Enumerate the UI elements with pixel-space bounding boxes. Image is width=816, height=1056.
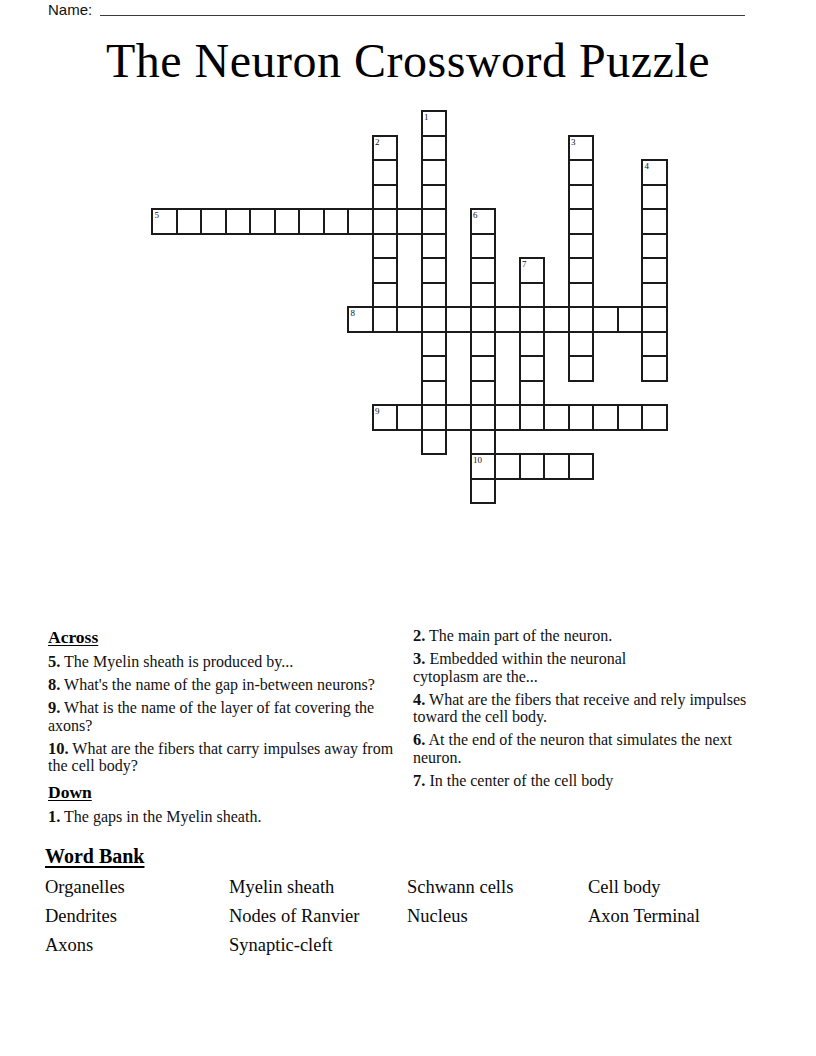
clue-text: What are the fibers that receive and rel… xyxy=(413,691,746,726)
grid-cell-r7c9[interactable] xyxy=(372,282,399,309)
grid-cell-r8c20[interactable] xyxy=(641,306,668,333)
grid-cell-r14c13[interactable]: 10 xyxy=(470,453,497,480)
grid-cell-r12c10[interactable] xyxy=(396,404,423,431)
down-clue-3: 3. Embedded within the neuronal cytoplas… xyxy=(413,650,681,685)
grid-cell-r4c1[interactable] xyxy=(176,208,203,235)
grid-cell-r8c13[interactable] xyxy=(470,306,497,333)
clue-number-4: 4 xyxy=(645,161,650,171)
grid-cell-r8c9[interactable] xyxy=(372,306,399,333)
clue-number-9: 9 xyxy=(375,406,380,416)
grid-cell-r5c13[interactable] xyxy=(470,233,497,260)
grid-cell-r5c17[interactable] xyxy=(568,233,595,260)
grid-cell-r6c13[interactable] xyxy=(470,257,497,284)
grid-cell-r8c8[interactable]: 8 xyxy=(347,306,374,333)
grid-cell-r6c15[interactable]: 7 xyxy=(519,257,546,284)
worksheet-page: { "game": { "type": "crossword", "rows":… xyxy=(0,0,816,1056)
grid-cell-r14c17[interactable] xyxy=(568,453,595,480)
clue-number-1: 1 xyxy=(424,112,429,122)
clue-text: At the end of the neuron that simulates … xyxy=(413,731,732,766)
grid-cell-r4c7[interactable] xyxy=(323,208,350,235)
grid-cell-r0c11[interactable]: 1 xyxy=(421,110,448,137)
grid-cell-r2c20[interactable]: 4 xyxy=(641,159,668,186)
grid-cell-r12c15[interactable] xyxy=(519,404,546,431)
word-bank-item: Axons xyxy=(45,935,229,955)
word-bank-item: Nodes of Ranvier xyxy=(229,906,407,926)
down-header: Down xyxy=(48,782,396,803)
clue-num: 4. xyxy=(413,690,425,709)
clue-num: 7. xyxy=(413,771,425,790)
grid-cell-r10c17[interactable] xyxy=(568,355,595,382)
grid-cell-r2c11[interactable] xyxy=(421,159,448,186)
grid-cell-r12c13[interactable] xyxy=(470,404,497,431)
page-title: The Neuron Crossword Puzzle xyxy=(0,33,816,89)
grid-cell-r14c16[interactable] xyxy=(543,453,570,480)
grid-cell-r15c13[interactable] xyxy=(470,478,497,505)
grid-cell-r4c8[interactable] xyxy=(347,208,374,235)
grid-cell-r9c17[interactable] xyxy=(568,331,595,358)
grid-cell-r2c9[interactable] xyxy=(372,159,399,186)
clue-number-6: 6 xyxy=(473,210,478,220)
down-clue-1: 1. The gaps in the Myelin sheath. xyxy=(48,808,396,826)
clue-number-2: 2 xyxy=(375,137,380,147)
word-bank-grid: Organelles Myelin sheath Schwann cells C… xyxy=(45,877,785,955)
grid-cell-r4c2[interactable] xyxy=(200,208,227,235)
grid-cell-r8c11[interactable] xyxy=(421,306,448,333)
clue-text: The gaps in the Myelin sheath. xyxy=(64,808,261,825)
grid-cell-r13c13[interactable] xyxy=(470,429,497,456)
grid-cell-r8c10[interactable] xyxy=(396,306,423,333)
clue-text: The main part of the neuron. xyxy=(429,627,612,644)
clue-num: 3. xyxy=(413,649,425,668)
clue-number-8: 8 xyxy=(351,308,356,318)
grid-cell-r12c18[interactable] xyxy=(592,404,619,431)
grid-cell-r11c11[interactable] xyxy=(421,380,448,407)
clue-number-3: 3 xyxy=(571,137,576,147)
clues-left-column: Across 5. The Myelin sheath is produced … xyxy=(48,627,396,831)
grid-cell-r5c11[interactable] xyxy=(421,233,448,260)
grid-cell-r10c15[interactable] xyxy=(519,355,546,382)
grid-cell-r12c9[interactable]: 9 xyxy=(372,404,399,431)
grid-cell-r3c9[interactable] xyxy=(372,184,399,211)
grid-cell-r6c9[interactable] xyxy=(372,257,399,284)
grid-cell-r5c20[interactable] xyxy=(641,233,668,260)
grid-cell-r8c14[interactable] xyxy=(494,306,521,333)
clue-text: The Myelin sheath is produced by... xyxy=(64,653,293,670)
grid-cell-r12c16[interactable] xyxy=(543,404,570,431)
across-clue-9: 9. What is the name of the layer of fat … xyxy=(48,699,396,734)
grid-cell-r7c11[interactable] xyxy=(421,282,448,309)
grid-cell-r8c18[interactable] xyxy=(592,306,619,333)
grid-cell-r10c20[interactable] xyxy=(641,355,668,382)
grid-cell-r4c11[interactable] xyxy=(421,208,448,235)
grid-cell-r4c6[interactable] xyxy=(298,208,325,235)
clue-number-10: 10 xyxy=(473,455,482,465)
across-clue-8: 8. What's the name of the gap in-between… xyxy=(48,676,396,694)
grid-cell-r1c11[interactable] xyxy=(421,135,448,162)
across-header: Across xyxy=(48,627,396,648)
grid-cell-r8c15[interactable] xyxy=(519,306,546,333)
word-bank-item: Axon Terminal xyxy=(588,906,785,926)
grid-cell-r10c13[interactable] xyxy=(470,355,497,382)
grid-cell-r11c15[interactable] xyxy=(519,380,546,407)
grid-cell-r6c20[interactable] xyxy=(641,257,668,284)
grid-cell-r4c10[interactable] xyxy=(396,208,423,235)
grid-cell-r4c17[interactable] xyxy=(568,208,595,235)
clue-num: 10. xyxy=(48,739,69,758)
grid-cell-r4c9[interactable] xyxy=(372,208,399,235)
grid-cell-r8c16[interactable] xyxy=(543,306,570,333)
across-clue-5: 5. The Myelin sheath is produced by... xyxy=(48,653,396,671)
grid-cell-r12c14[interactable] xyxy=(494,404,521,431)
grid-cell-r12c20[interactable] xyxy=(641,404,668,431)
word-bank-item: Cell body xyxy=(588,877,785,897)
grid-cell-r6c11[interactable] xyxy=(421,257,448,284)
crossword-grid: 12345678910 xyxy=(151,110,668,504)
grid-cell-r10c11[interactable] xyxy=(421,355,448,382)
grid-cell-r4c4[interactable] xyxy=(249,208,276,235)
name-label: Name: xyxy=(48,1,92,18)
grid-cell-r7c17[interactable] xyxy=(568,282,595,309)
grid-cell-r8c12[interactable] xyxy=(445,306,472,333)
word-bank-item: Schwann cells xyxy=(407,877,588,897)
grid-cell-r4c0[interactable]: 5 xyxy=(151,208,178,235)
grid-cell-r9c20[interactable] xyxy=(641,331,668,358)
grid-cell-r4c5[interactable] xyxy=(274,208,301,235)
clue-number-5: 5 xyxy=(155,210,160,220)
grid-cell-r4c20[interactable] xyxy=(641,208,668,235)
grid-cell-r3c17[interactable] xyxy=(568,184,595,211)
clue-num: 6. xyxy=(413,730,425,749)
grid-cell-r8c17[interactable] xyxy=(568,306,595,333)
clue-num: 2. xyxy=(413,626,425,645)
grid-cell-r4c13[interactable]: 6 xyxy=(470,208,497,235)
clue-num: 9. xyxy=(48,698,60,717)
grid-cell-r12c12[interactable] xyxy=(445,404,472,431)
word-bank-item: Dendrites xyxy=(45,906,229,926)
grid-cell-r3c11[interactable] xyxy=(421,184,448,211)
grid-cell-r1c9[interactable]: 2 xyxy=(372,135,399,162)
clue-num: 1. xyxy=(48,807,60,826)
grid-cell-r2c17[interactable] xyxy=(568,159,595,186)
grid-cell-r9c11[interactable] xyxy=(421,331,448,358)
grid-cell-r12c17[interactable] xyxy=(568,404,595,431)
clues-right-column: 2. The main part of the neuron. 3. Embed… xyxy=(413,627,761,795)
grid-cell-r8c19[interactable] xyxy=(617,306,644,333)
grid-cell-r12c19[interactable] xyxy=(617,404,644,431)
down-clue-6: 6. At the end of the neuron that simulat… xyxy=(413,731,761,766)
grid-cell-r11c13[interactable] xyxy=(470,380,497,407)
grid-cell-r9c13[interactable] xyxy=(470,331,497,358)
clue-text: What's the name of the gap in-between ne… xyxy=(64,676,375,693)
clue-text: In the center of the cell body xyxy=(429,772,613,789)
grid-cell-r5c9[interactable] xyxy=(372,233,399,260)
grid-cell-r13c11[interactable] xyxy=(421,429,448,456)
word-bank-item: Synaptic-cleft xyxy=(229,935,407,955)
grid-cell-r14c14[interactable] xyxy=(494,453,521,480)
down-clue-7: 7. In the center of the cell body xyxy=(413,772,761,790)
grid-cell-r4c3[interactable] xyxy=(225,208,252,235)
clue-num: 8. xyxy=(48,675,60,694)
grid-cell-r7c15[interactable] xyxy=(519,282,546,309)
clue-text: What is the name of the layer of fat cov… xyxy=(48,699,374,734)
grid-cell-r3c20[interactable] xyxy=(641,184,668,211)
word-bank-item: Organelles xyxy=(45,877,229,897)
clue-number-7: 7 xyxy=(522,259,527,269)
down-clue-4: 4. What are the fibers that receive and … xyxy=(413,691,761,726)
name-input-line[interactable] xyxy=(100,1,745,16)
grid-cell-r1c17[interactable]: 3 xyxy=(568,135,595,162)
grid-cell-r6c17[interactable] xyxy=(568,257,595,284)
clue-num: 5. xyxy=(48,652,60,671)
word-bank-header: Word Bank xyxy=(45,845,785,868)
down-clue-2: 2. The main part of the neuron. xyxy=(413,627,761,645)
grid-cell-r9c15[interactable] xyxy=(519,331,546,358)
grid-cell-r12c11[interactable] xyxy=(421,404,448,431)
clue-text: Embedded within the neuronal cytoplasm a… xyxy=(413,650,626,685)
grid-cell-r7c13[interactable] xyxy=(470,282,497,309)
grid-cell-r7c20[interactable] xyxy=(641,282,668,309)
word-bank-item: Myelin sheath xyxy=(229,877,407,897)
across-clue-10: 10. What are the fibers that carry impul… xyxy=(48,740,396,775)
grid-cell-r14c15[interactable] xyxy=(519,453,546,480)
word-bank: Word Bank Organelles Myelin sheath Schwa… xyxy=(45,845,785,955)
clue-text: What are the fibers that carry impulses … xyxy=(48,740,393,775)
word-bank-item: Nucleus xyxy=(407,906,588,926)
